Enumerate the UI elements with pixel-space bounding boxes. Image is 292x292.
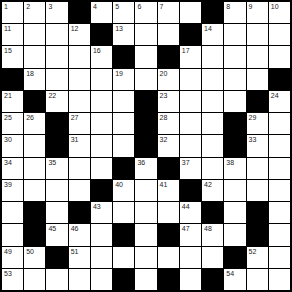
- cell[interactable]: 51: [69, 247, 90, 268]
- clue-number: 6: [137, 2, 141, 11]
- cell[interactable]: [135, 180, 156, 201]
- cell[interactable]: 41: [158, 180, 179, 201]
- clue-number: 51: [71, 247, 79, 256]
- clue-number: 50: [26, 247, 34, 256]
- block-cell: [158, 46, 179, 67]
- clue-number: 38: [226, 158, 234, 167]
- cell[interactable]: 14: [202, 24, 223, 45]
- clue-number: 52: [249, 247, 257, 256]
- cell[interactable]: [91, 135, 112, 156]
- cell[interactable]: [91, 269, 112, 290]
- cell[interactable]: [2, 224, 23, 245]
- cell[interactable]: [91, 224, 112, 245]
- cell[interactable]: 15: [2, 46, 23, 67]
- cell[interactable]: [180, 69, 201, 90]
- clue-number: 24: [271, 91, 279, 100]
- cell[interactable]: [69, 46, 90, 67]
- cell[interactable]: [135, 224, 156, 245]
- cell[interactable]: 39: [2, 180, 23, 201]
- clue-number: 12: [71, 24, 79, 33]
- clue-number: 53: [4, 269, 12, 278]
- block-cell: [247, 91, 268, 112]
- crossword-board: 1234567891011121314151617181920212223242…: [0, 0, 292, 292]
- cell[interactable]: [135, 269, 156, 290]
- cell[interactable]: [224, 46, 245, 67]
- clue-number: 54: [226, 269, 234, 278]
- block-cell: [224, 135, 245, 156]
- cell[interactable]: 17: [180, 46, 201, 67]
- cell[interactable]: 4: [91, 2, 112, 23]
- cell[interactable]: 3: [46, 2, 67, 23]
- cell[interactable]: 29: [247, 113, 268, 134]
- clue-number: 35: [48, 158, 56, 167]
- cell[interactable]: 43: [91, 202, 112, 223]
- cell[interactable]: 45: [46, 224, 67, 245]
- clue-number: 21: [4, 91, 12, 100]
- cell[interactable]: [247, 180, 268, 201]
- clue-number: 7: [160, 2, 164, 11]
- cell[interactable]: [202, 69, 223, 90]
- cell[interactable]: [180, 269, 201, 290]
- clue-number: 10: [271, 2, 279, 11]
- clue-number: 45: [48, 224, 56, 233]
- cell[interactable]: [135, 46, 156, 67]
- cell[interactable]: 48: [202, 224, 223, 245]
- clue-number: 14: [204, 24, 212, 33]
- cell[interactable]: [158, 247, 179, 268]
- cell[interactable]: [247, 24, 268, 45]
- cell[interactable]: [180, 2, 201, 23]
- cell[interactable]: [269, 202, 290, 223]
- clue-number: 3: [48, 2, 52, 11]
- clue-number: 18: [26, 69, 34, 78]
- cell[interactable]: 52: [247, 247, 268, 268]
- cell[interactable]: [202, 135, 223, 156]
- cell[interactable]: 37: [180, 158, 201, 179]
- cell[interactable]: 11: [2, 24, 23, 45]
- cell[interactable]: [135, 69, 156, 90]
- block-cell: [69, 2, 90, 23]
- cell[interactable]: [269, 247, 290, 268]
- cell[interactable]: 31: [69, 135, 90, 156]
- cell[interactable]: 18: [24, 69, 45, 90]
- clue-number: 13: [115, 24, 123, 33]
- clue-number: 49: [4, 247, 12, 256]
- cell[interactable]: 19: [113, 69, 134, 90]
- cell[interactable]: [69, 91, 90, 112]
- cell[interactable]: [224, 91, 245, 112]
- cell[interactable]: 42: [202, 180, 223, 201]
- cell[interactable]: 12: [69, 24, 90, 45]
- clue-number: 29: [249, 113, 257, 122]
- block-cell: [224, 113, 245, 134]
- cell[interactable]: [202, 91, 223, 112]
- clue-number: 43: [93, 202, 101, 211]
- block-cell: [69, 202, 90, 223]
- clue-number: 47: [182, 224, 190, 233]
- cell[interactable]: [269, 269, 290, 290]
- cell[interactable]: [224, 202, 245, 223]
- cell[interactable]: 20: [158, 69, 179, 90]
- cell[interactable]: 44: [180, 202, 201, 223]
- cell[interactable]: [46, 69, 67, 90]
- clue-number: 8: [226, 2, 230, 11]
- clue-number: 1: [4, 2, 8, 11]
- block-cell: [158, 158, 179, 179]
- block-cell: [247, 202, 268, 223]
- cell[interactable]: 47: [180, 224, 201, 245]
- block-cell: [113, 158, 134, 179]
- cell[interactable]: [269, 113, 290, 134]
- clue-number: 32: [160, 135, 168, 144]
- cell[interactable]: [24, 180, 45, 201]
- cell[interactable]: 25: [2, 113, 23, 134]
- cell[interactable]: [69, 180, 90, 201]
- clue-number: 17: [182, 46, 190, 55]
- cell[interactable]: [269, 224, 290, 245]
- clue-number: 48: [204, 224, 212, 233]
- block-cell: [113, 269, 134, 290]
- cell[interactable]: 30: [2, 135, 23, 156]
- cell[interactable]: 9: [247, 2, 268, 23]
- block-cell: [24, 91, 45, 112]
- cell[interactable]: [180, 135, 201, 156]
- clue-number: 26: [26, 113, 34, 122]
- block-cell: [135, 91, 156, 112]
- clue-number: 20: [160, 69, 168, 78]
- cell[interactable]: 33: [247, 135, 268, 156]
- block-cell: [135, 113, 156, 134]
- cell[interactable]: [247, 158, 268, 179]
- block-cell: [24, 224, 45, 245]
- clue-number: 31: [71, 135, 79, 144]
- cell[interactable]: 49: [2, 247, 23, 268]
- cell[interactable]: [91, 158, 112, 179]
- cell[interactable]: 40: [113, 180, 134, 201]
- cell[interactable]: [180, 247, 201, 268]
- cell[interactable]: [113, 91, 134, 112]
- cell[interactable]: [224, 24, 245, 45]
- block-cell: [113, 46, 134, 67]
- clue-number: 22: [48, 91, 56, 100]
- cell[interactable]: 54: [224, 269, 245, 290]
- clue-number: 36: [137, 158, 145, 167]
- block-cell: [91, 180, 112, 201]
- clue-number: 15: [4, 46, 12, 55]
- cell[interactable]: [224, 69, 245, 90]
- block-cell: [91, 24, 112, 45]
- cell[interactable]: [269, 135, 290, 156]
- cell[interactable]: 28: [158, 113, 179, 134]
- clue-number: 28: [160, 113, 168, 122]
- cell[interactable]: [135, 247, 156, 268]
- cell[interactable]: 6: [135, 2, 156, 23]
- block-cell: [202, 202, 223, 223]
- cell[interactable]: [269, 24, 290, 45]
- block-cell: [269, 69, 290, 90]
- cell[interactable]: [158, 24, 179, 45]
- block-cell: [2, 69, 23, 90]
- block-cell: [24, 202, 45, 223]
- clue-number: 40: [115, 180, 123, 189]
- cell[interactable]: [113, 247, 134, 268]
- cell[interactable]: [247, 269, 268, 290]
- cell[interactable]: [46, 202, 67, 223]
- cell[interactable]: 16: [91, 46, 112, 67]
- cell[interactable]: 8: [224, 2, 245, 23]
- block-cell: [135, 135, 156, 156]
- cell[interactable]: 32: [158, 135, 179, 156]
- cell[interactable]: [24, 46, 45, 67]
- cell[interactable]: [180, 91, 201, 112]
- clue-number: 27: [71, 113, 79, 122]
- block-cell: [46, 247, 67, 268]
- clue-number: 19: [115, 69, 123, 78]
- block-cell: [158, 224, 179, 245]
- cell[interactable]: [180, 113, 201, 134]
- cell[interactable]: 46: [69, 224, 90, 245]
- clue-number: 9: [249, 2, 253, 11]
- cell[interactable]: [113, 202, 134, 223]
- cell[interactable]: 34: [2, 158, 23, 179]
- cell[interactable]: 23: [158, 91, 179, 112]
- cell[interactable]: [247, 46, 268, 67]
- cell[interactable]: [269, 180, 290, 201]
- clue-number: 16: [93, 46, 101, 55]
- block-cell: [202, 2, 223, 23]
- clue-number: 4: [93, 2, 97, 11]
- block-cell: [224, 247, 245, 268]
- block-cell: [158, 269, 179, 290]
- clue-number: 23: [160, 91, 168, 100]
- block-cell: [180, 24, 201, 45]
- clue-number: 34: [4, 158, 12, 167]
- cell[interactable]: 38: [224, 158, 245, 179]
- cell[interactable]: [91, 247, 112, 268]
- block-cell: [46, 113, 67, 134]
- cell[interactable]: [202, 158, 223, 179]
- cell[interactable]: 10: [269, 2, 290, 23]
- clue-number: 41: [160, 180, 168, 189]
- cell[interactable]: 2: [24, 2, 45, 23]
- clue-number: 44: [182, 202, 190, 211]
- cell[interactable]: 35: [46, 158, 67, 179]
- clue-number: 5: [115, 2, 119, 11]
- cell[interactable]: 27: [69, 113, 90, 134]
- cell[interactable]: [46, 180, 67, 201]
- block-cell: [202, 269, 223, 290]
- cell[interactable]: [91, 113, 112, 134]
- cell[interactable]: 7: [158, 2, 179, 23]
- cell[interactable]: [24, 269, 45, 290]
- cell[interactable]: [69, 269, 90, 290]
- block-cell: [180, 180, 201, 201]
- cell[interactable]: [269, 158, 290, 179]
- cell[interactable]: [224, 224, 245, 245]
- clue-number: 30: [4, 135, 12, 144]
- clue-number: 11: [4, 24, 11, 33]
- cell[interactable]: [202, 113, 223, 134]
- cell[interactable]: [247, 69, 268, 90]
- cell[interactable]: [135, 202, 156, 223]
- cell[interactable]: [24, 24, 45, 45]
- cell[interactable]: [224, 180, 245, 201]
- cell[interactable]: [269, 46, 290, 67]
- cell[interactable]: [2, 202, 23, 223]
- block-cell: [113, 224, 134, 245]
- clue-number: 39: [4, 180, 12, 189]
- cell[interactable]: [158, 202, 179, 223]
- cell[interactable]: [69, 69, 90, 90]
- cell[interactable]: [24, 135, 45, 156]
- cell[interactable]: [46, 269, 67, 290]
- cell[interactable]: [202, 247, 223, 268]
- cell[interactable]: 13: [113, 24, 134, 45]
- clue-number: 25: [4, 113, 12, 122]
- cell[interactable]: 22: [46, 91, 67, 112]
- cell[interactable]: [113, 135, 134, 156]
- cell[interactable]: [135, 24, 156, 45]
- cell[interactable]: 21: [2, 91, 23, 112]
- clue-number: 2: [26, 2, 30, 11]
- cell[interactable]: [46, 24, 67, 45]
- crossword-puzzle: 1234567891011121314151617181920212223242…: [0, 0, 292, 292]
- block-cell: [46, 135, 67, 156]
- clue-number: 42: [204, 180, 212, 189]
- cell[interactable]: 53: [2, 269, 23, 290]
- cell[interactable]: [24, 158, 45, 179]
- cell[interactable]: 1: [2, 2, 23, 23]
- cell[interactable]: [113, 113, 134, 134]
- cell[interactable]: 36: [135, 158, 156, 179]
- cell[interactable]: [91, 91, 112, 112]
- block-cell: [247, 224, 268, 245]
- clue-number: 46: [71, 224, 79, 233]
- cell[interactable]: 24: [269, 91, 290, 112]
- cell[interactable]: [202, 46, 223, 67]
- cell[interactable]: 50: [24, 247, 45, 268]
- cell[interactable]: [46, 46, 67, 67]
- cell[interactable]: [69, 158, 90, 179]
- clue-number: 33: [249, 135, 257, 144]
- clue-number: 37: [182, 158, 190, 167]
- cell[interactable]: 5: [113, 2, 134, 23]
- cell[interactable]: 26: [24, 113, 45, 134]
- cell[interactable]: [91, 69, 112, 90]
